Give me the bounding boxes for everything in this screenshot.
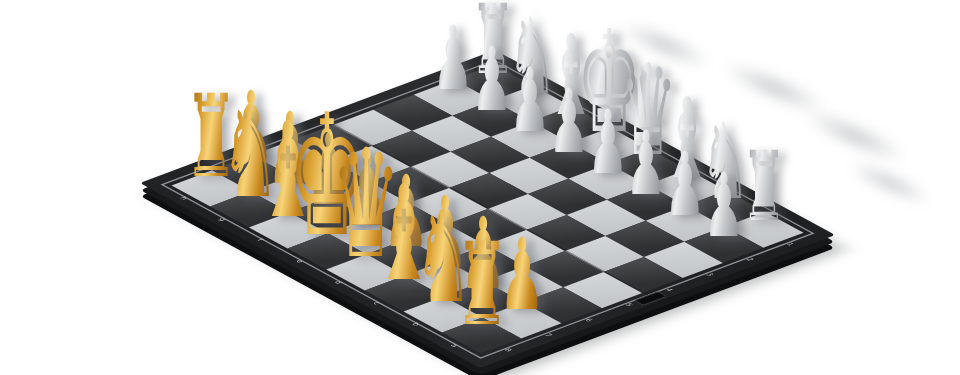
rank-label: 4 [664, 288, 674, 293]
chess-set-photo: h1g2f3e4d5c6b7a8 ♜♞♝♛♚♝♞♜♟♟♟♟♟♟♟♟♟♟♟♟♟♟♟… [0, 0, 960, 375]
pawn-icon: ♟ [703, 161, 744, 250]
rank-label: 1 [785, 242, 795, 247]
rank-label: 6 [583, 318, 593, 323]
rank-label: 7 [543, 333, 553, 338]
rank-label: 3 [704, 272, 714, 277]
rank-label: 5 [623, 303, 633, 308]
rank-label: 2 [744, 257, 754, 262]
rook-icon: ♜ [455, 228, 508, 342]
gold-rook-a1[interactable]: ♜ [448, 266, 516, 342]
silver-pawn-a7[interactable]: ♟ [697, 191, 750, 250]
